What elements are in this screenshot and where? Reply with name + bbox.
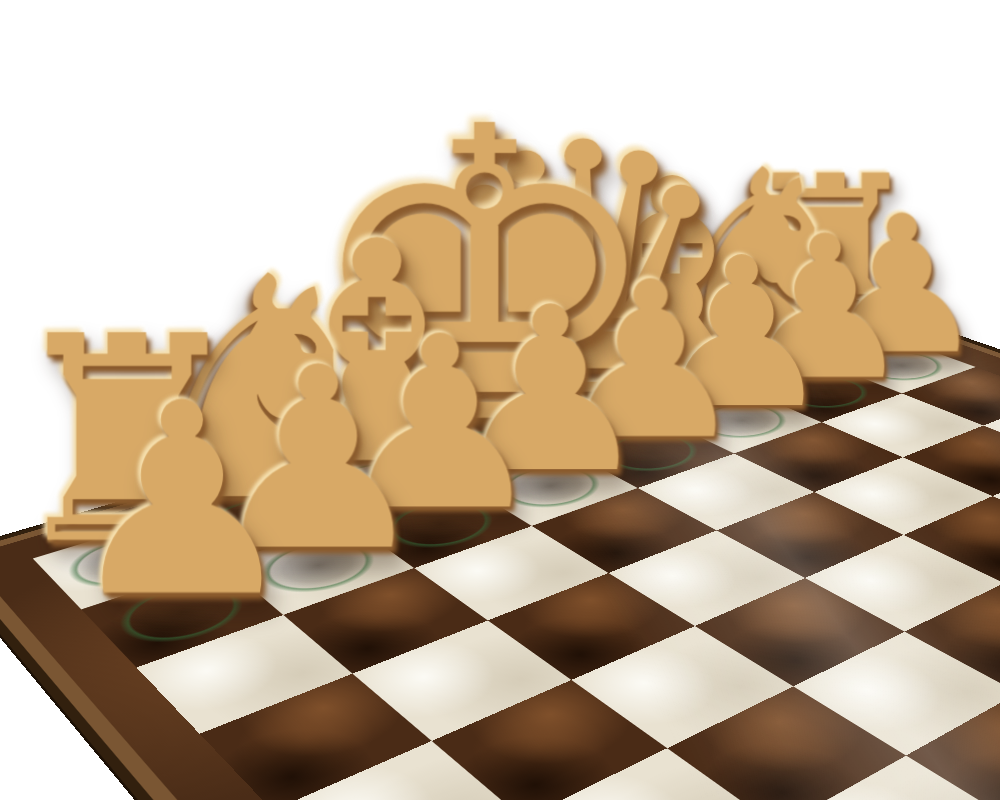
square-a3: [902, 367, 1000, 425]
white-pawn-icon: ♟: [63, 368, 301, 633]
chess-board: ♜♜♞♞♝♝♚♚♛♛♝♝♞♞♜♜♟♟♟♟♟♟♟♟♟♟♟♟♟♟♟♟: [33, 316, 1000, 800]
chess-board-frame: ♜♜♞♞♝♝♚♚♛♛♝♝♞♞♜♜♟♟♟♟♟♟♟♟♟♟♟♟♟♟♟♟: [0, 296, 1000, 800]
photo-background: { "game": "chess", "scene_type": "photog…: [0, 0, 1000, 800]
